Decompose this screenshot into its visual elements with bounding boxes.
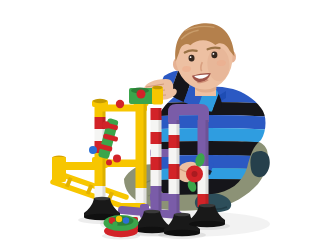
marble-yellow	[116, 216, 122, 222]
marble-red	[116, 100, 124, 108]
funnel	[129, 86, 163, 105]
wheel-hub	[192, 171, 198, 177]
marble-red	[102, 121, 110, 129]
column-tall	[134, 100, 149, 208]
marble-blue	[89, 146, 97, 154]
column-striped-2	[169, 120, 180, 214]
photo-canvas	[40, 16, 270, 240]
marble-green	[112, 221, 117, 226]
collecting-trough	[104, 215, 139, 237]
marble-red	[137, 90, 146, 99]
marble-run-photo: A young smiling boy with short strawberr…	[40, 16, 270, 240]
marble-red	[113, 155, 121, 163]
column-striped-1	[151, 108, 162, 211]
t-arm-rail	[54, 162, 98, 170]
marble-blue	[123, 217, 129, 223]
